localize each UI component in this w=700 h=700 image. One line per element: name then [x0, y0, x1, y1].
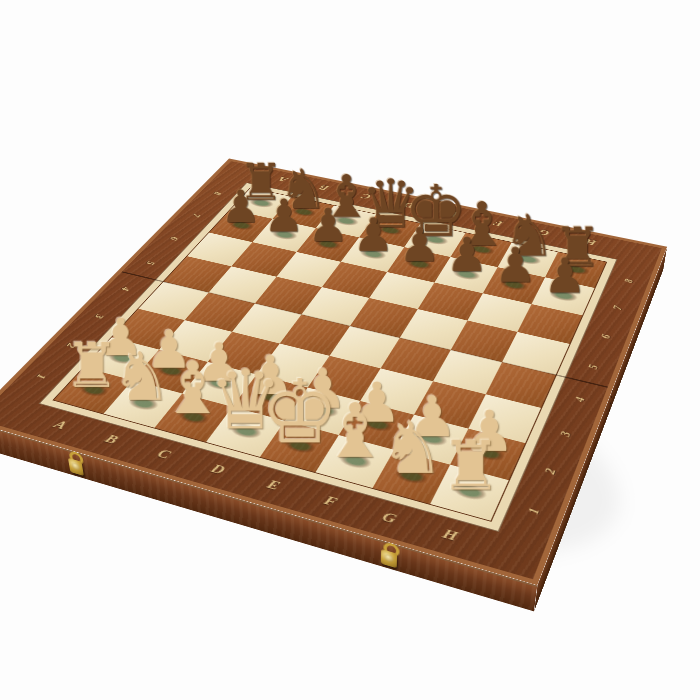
brass-latch-icon — [65, 451, 86, 479]
file-label-near-b: B — [102, 432, 123, 447]
file-label-far-b: B — [316, 183, 330, 192]
file-label-far-a: A — [275, 175, 289, 183]
rank-label-right-4: 4 — [571, 394, 590, 403]
file-label-near-g: G — [380, 510, 401, 527]
chess-board-3d: AABBCCDDEEFFGGHH1122334455667788 ♜♞♝♛♚♝♞… — [0, 159, 667, 586]
file-label-far-f: F — [490, 218, 504, 227]
brass-latch-icon — [379, 542, 400, 571]
piece-shadow — [283, 203, 323, 220]
rank-label-left-4: 4 — [117, 285, 134, 292]
rank-label-left-6: 6 — [166, 235, 182, 241]
piece-shadow — [555, 260, 597, 279]
file-label-far-g: G — [536, 227, 550, 237]
piece-shadow — [461, 240, 502, 258]
piece-shadow — [221, 217, 262, 234]
piece-shadow — [352, 245, 394, 264]
file-label-near-f: F — [321, 493, 341, 509]
file-label-far-d: D — [401, 200, 416, 209]
file-label-near-e: E — [264, 477, 284, 493]
rank-label-right-8: 8 — [620, 277, 637, 284]
piece-white-bishop-f1[interactable]: ♝ — [321, 393, 389, 469]
file-label-near-h: H — [440, 526, 461, 544]
piece-shadow — [326, 212, 366, 229]
piece-shadow — [398, 255, 440, 274]
file-label-far-c: C — [358, 192, 372, 201]
rank-label-left-1: 1 — [32, 372, 51, 380]
file-label-far-h: H — [583, 237, 598, 247]
piece-shadow — [445, 265, 487, 284]
rank-label-left-5: 5 — [142, 260, 159, 267]
rank-label-left-7: 7 — [189, 212, 205, 218]
file-label-far-e: E — [445, 209, 459, 218]
piece-white-knight-g1[interactable]: ♞ — [380, 412, 445, 484]
rank-label-right-1: 1 — [524, 505, 545, 516]
product-photo-scene: AABBCCDDEEFFGGHH1122334455667788 ♜♞♝♛♚♝♞… — [0, 0, 700, 700]
piece-shadow — [507, 250, 548, 269]
piece-shadow — [542, 285, 585, 305]
piece-shadow — [264, 226, 305, 244]
piece-shadow — [370, 221, 410, 239]
file-label-near-a: A — [50, 418, 71, 432]
rank-label-right-6: 6 — [597, 332, 615, 340]
piece-shadow — [415, 231, 456, 249]
rank-label-right-5: 5 — [584, 362, 602, 370]
rank-label-right-7: 7 — [609, 304, 626, 311]
piece-white-rook-h1[interactable]: ♜ — [440, 431, 501, 499]
rank-label-right-3: 3 — [556, 429, 576, 438]
piece-shadow — [493, 275, 536, 295]
rank-label-right-2: 2 — [540, 465, 560, 475]
file-label-near-c: C — [154, 447, 174, 462]
piece-shadow — [242, 195, 282, 211]
rank-label-left-8: 8 — [210, 191, 225, 197]
piece-shadow — [308, 235, 349, 253]
file-label-near-d: D — [208, 462, 229, 478]
